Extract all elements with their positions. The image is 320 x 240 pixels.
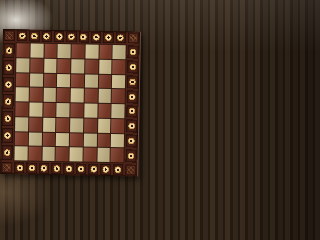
square-g6[interactable] <box>98 74 111 88</box>
brass-ring-inlay <box>54 31 65 42</box>
square-a4[interactable] <box>15 102 28 116</box>
brass-ring-inlay <box>127 60 138 73</box>
square-f5[interactable] <box>84 89 97 103</box>
square-a5[interactable] <box>16 88 29 102</box>
brass-ring-inlay <box>3 77 14 92</box>
square-h8[interactable] <box>113 45 126 59</box>
square-b1[interactable] <box>28 147 41 161</box>
brass-ring-inlay <box>27 162 38 173</box>
square-a6[interactable] <box>16 73 29 87</box>
square-h3[interactable] <box>111 119 124 133</box>
chess-board <box>0 29 141 177</box>
square-d2[interactable] <box>56 133 69 147</box>
square-e6[interactable] <box>71 74 84 88</box>
square-e2[interactable] <box>70 133 83 147</box>
brass-ring-inlay <box>2 94 13 109</box>
brass-ring-inlay <box>125 150 136 163</box>
square-c6[interactable] <box>43 73 56 87</box>
brass-ring-inlay <box>29 31 40 42</box>
brass-ring-inlay <box>17 30 28 41</box>
square-b8[interactable] <box>30 44 43 58</box>
brass-ring-inlay <box>101 164 112 175</box>
border-bottom-ornaments <box>13 161 124 176</box>
brass-ring-inlay <box>126 120 137 133</box>
brass-ring-inlay <box>2 128 13 143</box>
square-a7[interactable] <box>16 58 29 72</box>
brass-ring-inlay <box>64 163 75 174</box>
square-e7[interactable] <box>71 59 84 73</box>
square-d3[interactable] <box>56 118 69 132</box>
square-c5[interactable] <box>43 88 56 102</box>
brass-ring-inlay <box>3 60 14 75</box>
square-a8[interactable] <box>16 43 29 57</box>
square-e8[interactable] <box>71 44 84 58</box>
square-e4[interactable] <box>70 103 83 117</box>
square-f4[interactable] <box>84 104 97 118</box>
square-a1[interactable] <box>14 146 27 160</box>
table-surface <box>0 0 150 200</box>
square-d1[interactable] <box>56 147 69 161</box>
square-f2[interactable] <box>84 133 97 147</box>
carved-corner-ornament <box>128 32 139 43</box>
brass-ring-inlay <box>103 32 114 43</box>
brass-ring-inlay <box>78 31 89 42</box>
square-b6[interactable] <box>30 73 43 87</box>
board-border-bottom <box>0 161 137 177</box>
square-h6[interactable] <box>112 75 125 89</box>
carved-corner-ornament <box>125 164 136 175</box>
brass-ring-inlay <box>88 164 99 175</box>
square-c2[interactable] <box>42 132 55 146</box>
square-h5[interactable] <box>112 89 125 103</box>
square-g2[interactable] <box>97 133 110 147</box>
brass-ring-inlay <box>14 162 25 173</box>
square-h2[interactable] <box>111 134 124 148</box>
brass-ring-inlay <box>3 43 14 58</box>
brass-ring-inlay <box>127 75 138 88</box>
board-border-right <box>124 44 139 163</box>
square-h1[interactable] <box>111 148 124 162</box>
brass-ring-inlay <box>91 32 102 43</box>
square-a2[interactable] <box>15 132 28 146</box>
carved-corner-ornament <box>4 30 15 41</box>
square-b5[interactable] <box>29 88 42 102</box>
square-c4[interactable] <box>43 103 56 117</box>
square-g7[interactable] <box>99 60 112 74</box>
square-b2[interactable] <box>29 132 42 146</box>
brass-ring-inlay <box>76 163 87 174</box>
brass-ring-inlay <box>126 135 137 148</box>
square-d5[interactable] <box>57 88 70 102</box>
square-b7[interactable] <box>30 58 43 72</box>
brass-ring-inlay <box>2 111 13 126</box>
brass-ring-inlay <box>115 32 126 43</box>
square-g4[interactable] <box>98 104 111 118</box>
square-f1[interactable] <box>83 148 96 162</box>
square-d6[interactable] <box>57 74 70 88</box>
brass-ring-inlay <box>39 163 50 174</box>
square-a3[interactable] <box>15 117 28 131</box>
square-g1[interactable] <box>97 148 110 162</box>
brass-ring-inlay <box>127 45 138 58</box>
square-f3[interactable] <box>84 118 97 132</box>
square-e3[interactable] <box>70 118 83 132</box>
brass-ring-inlay <box>66 31 77 42</box>
brass-ring-inlay <box>126 105 137 118</box>
square-h4[interactable] <box>112 104 125 118</box>
square-g3[interactable] <box>98 119 111 133</box>
square-g5[interactable] <box>98 89 111 103</box>
square-c8[interactable] <box>44 44 57 58</box>
square-f7[interactable] <box>85 59 98 73</box>
square-d8[interactable] <box>58 44 71 58</box>
square-f8[interactable] <box>85 45 98 59</box>
board-squares <box>13 42 126 163</box>
square-c3[interactable] <box>43 118 56 132</box>
square-f6[interactable] <box>85 74 98 88</box>
square-c7[interactable] <box>44 59 57 73</box>
square-h7[interactable] <box>112 60 125 74</box>
brass-ring-inlay <box>127 90 138 103</box>
brass-ring-inlay <box>1 145 12 160</box>
square-e1[interactable] <box>69 148 82 162</box>
brass-ring-inlay <box>41 31 52 42</box>
square-g8[interactable] <box>99 45 112 59</box>
square-b4[interactable] <box>29 103 42 117</box>
square-b3[interactable] <box>29 117 42 131</box>
square-e5[interactable] <box>71 89 84 103</box>
carved-corner-ornament <box>1 162 12 173</box>
square-d4[interactable] <box>57 103 70 117</box>
square-d7[interactable] <box>57 59 70 73</box>
border-right-ornaments <box>124 44 139 163</box>
square-c1[interactable] <box>42 147 55 161</box>
brass-ring-inlay <box>51 163 62 174</box>
brass-ring-inlay <box>113 164 124 175</box>
